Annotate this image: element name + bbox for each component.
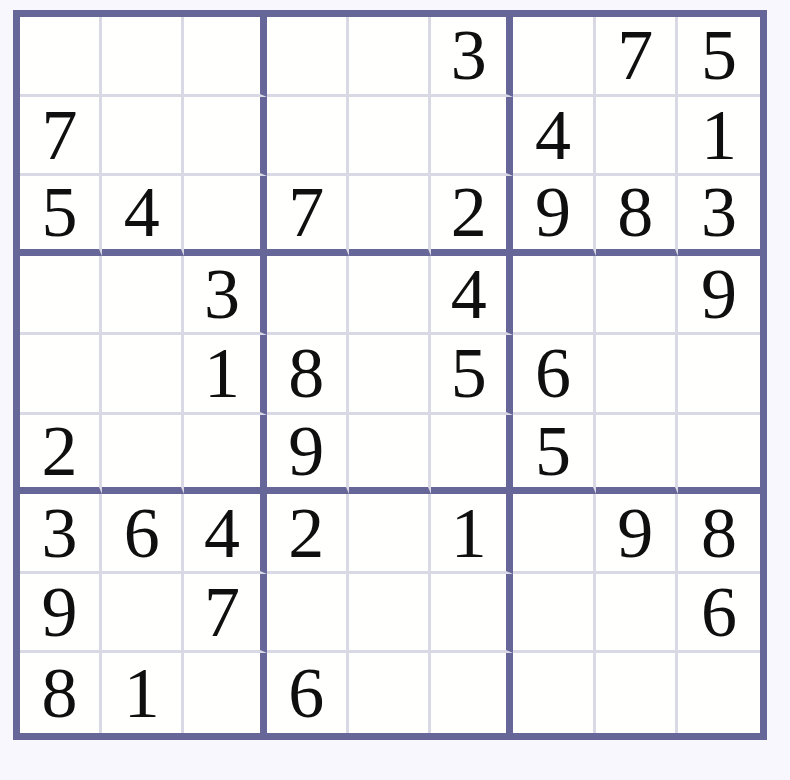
- cell-r4c1[interactable]: [20, 256, 102, 336]
- cell-r3c9[interactable]: 3: [678, 176, 760, 256]
- cell-r5c9[interactable]: [678, 335, 760, 415]
- cell-r5c8[interactable]: [596, 335, 678, 415]
- cell-r6c5[interactable]: [349, 415, 431, 495]
- cell-r3c3[interactable]: [184, 176, 266, 256]
- cell-r4c9[interactable]: 9: [678, 256, 760, 336]
- cell-r2c5[interactable]: [349, 97, 431, 177]
- cell-r2c6[interactable]: [431, 97, 513, 177]
- cell-r1c9[interactable]: 5: [678, 17, 760, 97]
- cell-r9c6[interactable]: [431, 653, 513, 733]
- cell-r2c7[interactable]: 4: [513, 97, 595, 177]
- cell-r1c5[interactable]: [349, 17, 431, 97]
- cell-r6c4[interactable]: 9: [267, 415, 349, 495]
- cell-r8c9[interactable]: 6: [678, 574, 760, 654]
- cell-r6c6[interactable]: [431, 415, 513, 495]
- cell-r4c8[interactable]: [596, 256, 678, 336]
- cell-r8c6[interactable]: [431, 574, 513, 654]
- cell-r8c3[interactable]: 7: [184, 574, 266, 654]
- cell-r1c6[interactable]: 3: [431, 17, 513, 97]
- cell-r9c2[interactable]: 1: [102, 653, 184, 733]
- cell-r8c1[interactable]: 9: [20, 574, 102, 654]
- cell-r4c3[interactable]: 3: [184, 256, 266, 336]
- cell-r9c9[interactable]: [678, 653, 760, 733]
- cell-r7c7[interactable]: [513, 494, 595, 574]
- cell-r9c7[interactable]: [513, 653, 595, 733]
- cell-r4c6[interactable]: 4: [431, 256, 513, 336]
- cell-r1c4[interactable]: [267, 17, 349, 97]
- cell-r6c9[interactable]: [678, 415, 760, 495]
- cell-r1c1[interactable]: [20, 17, 102, 97]
- cell-r8c4[interactable]: [267, 574, 349, 654]
- cell-r3c7[interactable]: 9: [513, 176, 595, 256]
- cell-r9c8[interactable]: [596, 653, 678, 733]
- cell-r7c3[interactable]: 4: [184, 494, 266, 574]
- cell-r3c8[interactable]: 8: [596, 176, 678, 256]
- cell-r5c5[interactable]: [349, 335, 431, 415]
- cell-r8c2[interactable]: [102, 574, 184, 654]
- cell-r5c4[interactable]: 8: [267, 335, 349, 415]
- cell-r2c1[interactable]: 7: [20, 97, 102, 177]
- cell-r7c2[interactable]: 6: [102, 494, 184, 574]
- cell-r8c7[interactable]: [513, 574, 595, 654]
- cell-r5c3[interactable]: 1: [184, 335, 266, 415]
- cell-r6c7[interactable]: 5: [513, 415, 595, 495]
- cell-r3c1[interactable]: 5: [20, 176, 102, 256]
- cell-r8c5[interactable]: [349, 574, 431, 654]
- cell-r8c8[interactable]: [596, 574, 678, 654]
- cell-r1c3[interactable]: [184, 17, 266, 97]
- cell-r7c5[interactable]: [349, 494, 431, 574]
- cell-r4c2[interactable]: [102, 256, 184, 336]
- cell-r5c1[interactable]: [20, 335, 102, 415]
- cell-r6c3[interactable]: [184, 415, 266, 495]
- cell-r2c2[interactable]: [102, 97, 184, 177]
- cell-r3c6[interactable]: 2: [431, 176, 513, 256]
- cell-r9c1[interactable]: 8: [20, 653, 102, 733]
- cell-r9c4[interactable]: 6: [267, 653, 349, 733]
- cell-r6c8[interactable]: [596, 415, 678, 495]
- cell-r4c7[interactable]: [513, 256, 595, 336]
- cell-r5c6[interactable]: 5: [431, 335, 513, 415]
- sudoku-board: 375741547298334918562953642198976816: [13, 10, 767, 740]
- cell-r9c5[interactable]: [349, 653, 431, 733]
- cell-r5c2[interactable]: [102, 335, 184, 415]
- cell-r6c1[interactable]: 2: [20, 415, 102, 495]
- cell-r3c5[interactable]: [349, 176, 431, 256]
- cell-r1c7[interactable]: [513, 17, 595, 97]
- cell-r5c7[interactable]: 6: [513, 335, 595, 415]
- cell-r2c4[interactable]: [267, 97, 349, 177]
- cell-r3c4[interactable]: 7: [267, 176, 349, 256]
- cell-r9c3[interactable]: [184, 653, 266, 733]
- cell-r7c8[interactable]: 9: [596, 494, 678, 574]
- cell-r4c4[interactable]: [267, 256, 349, 336]
- cell-r3c2[interactable]: 4: [102, 176, 184, 256]
- cell-r6c2[interactable]: [102, 415, 184, 495]
- cell-r1c8[interactable]: 7: [596, 17, 678, 97]
- cell-r7c4[interactable]: 2: [267, 494, 349, 574]
- cell-r1c2[interactable]: [102, 17, 184, 97]
- cell-r7c6[interactable]: 1: [431, 494, 513, 574]
- cell-r2c8[interactable]: [596, 97, 678, 177]
- cell-r4c5[interactable]: [349, 256, 431, 336]
- cell-r2c3[interactable]: [184, 97, 266, 177]
- cell-r7c9[interactable]: 8: [678, 494, 760, 574]
- cell-r2c9[interactable]: 1: [678, 97, 760, 177]
- cell-r7c1[interactable]: 3: [20, 494, 102, 574]
